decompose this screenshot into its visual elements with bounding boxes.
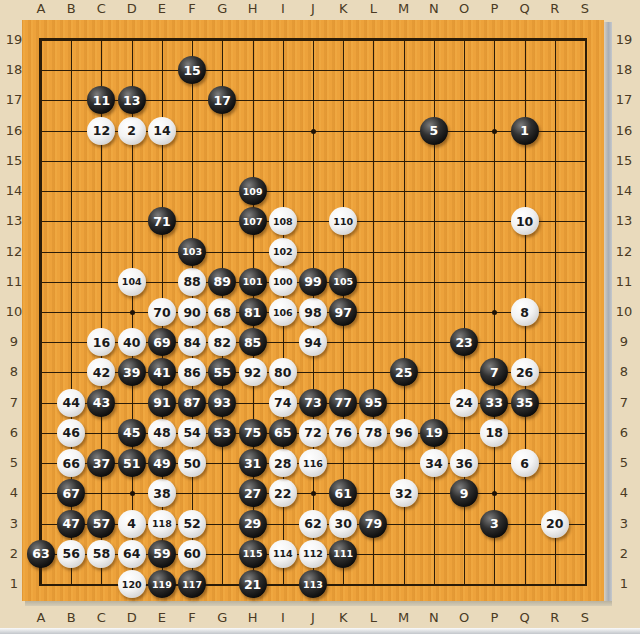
row-label-left-12: 12 [3,245,25,259]
stone-black-51[interactable]: 51 [118,449,146,477]
stone-black-75[interactable]: 75 [239,419,267,447]
window-bottom-bar [0,628,640,634]
col-label-top-M: M [394,2,414,16]
stone-black-81[interactable]: 81 [239,298,267,326]
col-label-top-R: R [545,2,565,16]
row-label-right-15: 15 [613,154,635,168]
row-label-left-10: 10 [3,305,25,319]
row-label-right-1: 1 [613,577,635,591]
stone-black-101[interactable]: 101 [239,268,267,296]
stone-white-74[interactable]: 74 [269,389,297,417]
stone-white-106[interactable]: 106 [269,298,297,326]
row-label-right-5: 5 [613,456,635,470]
row-label-right-11: 11 [613,275,635,289]
grid-line-vertical [373,40,374,584]
row-label-right-18: 18 [613,63,635,77]
col-label-bottom-K: K [333,611,353,625]
stone-black-71[interactable]: 71 [148,207,176,235]
col-label-bottom-J: J [303,611,323,625]
stone-black-45[interactable]: 45 [118,419,146,447]
stone-black-21[interactable]: 21 [239,570,267,598]
row-label-left-11: 11 [3,275,25,289]
stone-white-102[interactable]: 102 [269,238,297,266]
stone-black-119[interactable]: 119 [148,570,176,598]
stone-white-76[interactable]: 76 [329,419,357,447]
col-label-top-E: E [152,2,172,16]
stone-white-28[interactable]: 28 [269,449,297,477]
stone-black-79[interactable]: 79 [359,510,387,538]
stone-white-36[interactable]: 36 [450,449,478,477]
col-label-top-G: G [212,2,232,16]
row-label-left-15: 15 [3,154,25,168]
col-label-top-L: L [363,2,383,16]
row-label-left-8: 8 [3,365,25,379]
stone-black-105[interactable]: 105 [329,268,357,296]
col-label-top-C: C [91,2,111,16]
stone-black-69[interactable]: 69 [148,328,176,356]
stone-white-118[interactable]: 118 [148,510,176,538]
stone-black-31[interactable]: 31 [239,449,267,477]
stone-black-109[interactable]: 109 [239,177,267,205]
stone-white-80[interactable]: 80 [269,358,297,386]
row-label-right-2: 2 [613,547,635,561]
stone-black-53[interactable]: 53 [208,419,236,447]
row-label-left-14: 14 [3,184,25,198]
stone-white-22[interactable]: 22 [269,479,297,507]
stone-white-20[interactable]: 20 [541,510,569,538]
stone-white-70[interactable]: 70 [148,298,176,326]
stone-white-94[interactable]: 94 [299,328,327,356]
stone-black-97[interactable]: 97 [329,298,357,326]
row-label-right-6: 6 [613,426,635,440]
row-label-left-17: 17 [3,93,25,107]
stone-white-24[interactable]: 24 [450,389,478,417]
grid-line-vertical [555,40,556,584]
stone-white-38[interactable]: 38 [148,479,176,507]
stone-black-91[interactable]: 91 [148,389,176,417]
row-label-left-4: 4 [3,486,25,500]
row-label-left-13: 13 [3,214,25,228]
col-label-top-K: K [333,2,353,16]
stone-black-27[interactable]: 27 [239,479,267,507]
row-label-right-3: 3 [613,517,635,531]
stone-white-116[interactable]: 116 [299,449,327,477]
stone-black-85[interactable]: 85 [239,328,267,356]
stone-white-34[interactable]: 34 [420,449,448,477]
stone-black-39[interactable]: 39 [118,358,146,386]
row-label-left-19: 19 [3,33,25,47]
stone-black-103[interactable]: 103 [178,238,206,266]
stone-white-114[interactable]: 114 [269,540,297,568]
stone-white-88[interactable]: 88 [178,268,206,296]
stone-black-111[interactable]: 111 [329,540,357,568]
col-label-top-S: S [575,2,595,16]
stone-white-52[interactable]: 52 [178,510,206,538]
row-label-right-19: 19 [613,33,635,47]
row-label-right-9: 9 [613,335,635,349]
col-label-bottom-P: P [484,611,504,625]
stone-white-8[interactable]: 8 [511,298,539,326]
row-label-left-7: 7 [3,396,25,410]
row-label-left-3: 3 [3,517,25,531]
col-label-bottom-M: M [394,611,414,625]
stone-white-18[interactable]: 18 [480,419,508,447]
stone-white-4[interactable]: 4 [118,510,146,538]
stone-white-104[interactable]: 104 [118,268,146,296]
col-label-bottom-I: I [273,611,293,625]
col-label-bottom-C: C [91,611,111,625]
stone-white-48[interactable]: 48 [148,419,176,447]
stone-white-54[interactable]: 54 [178,419,206,447]
stone-black-99[interactable]: 99 [299,268,327,296]
stone-white-26[interactable]: 26 [511,358,539,386]
col-label-top-P: P [484,2,504,16]
row-label-left-6: 6 [3,426,25,440]
stone-black-5[interactable]: 5 [420,117,448,145]
row-label-right-16: 16 [613,124,635,138]
stone-black-87[interactable]: 87 [178,389,206,417]
col-label-bottom-N: N [424,611,444,625]
stone-white-6[interactable]: 6 [511,449,539,477]
stone-white-56[interactable]: 56 [57,540,85,568]
stone-white-98[interactable]: 98 [299,298,327,326]
stone-white-120[interactable]: 120 [118,570,146,598]
col-label-top-F: F [182,2,202,16]
stone-black-3[interactable]: 3 [480,510,508,538]
stone-black-73[interactable]: 73 [299,389,327,417]
col-label-bottom-Q: Q [515,611,535,625]
stone-white-30[interactable]: 30 [329,510,357,538]
row-label-right-13: 13 [613,214,635,228]
row-label-left-2: 2 [3,547,25,561]
col-label-top-D: D [122,2,142,16]
stone-white-62[interactable]: 62 [299,510,327,538]
stone-black-49[interactable]: 49 [148,449,176,477]
stone-white-44[interactable]: 44 [57,389,85,417]
row-label-right-12: 12 [613,245,635,259]
col-label-bottom-G: G [212,611,232,625]
col-label-top-O: O [454,2,474,16]
col-label-top-N: N [424,2,444,16]
stone-black-29[interactable]: 29 [239,510,267,538]
row-label-right-17: 17 [613,93,635,107]
row-label-left-16: 16 [3,124,25,138]
row-label-right-4: 4 [613,486,635,500]
stone-black-59[interactable]: 59 [148,540,176,568]
stone-white-90[interactable]: 90 [178,298,206,326]
stone-black-107[interactable]: 107 [239,207,267,235]
col-label-bottom-E: E [152,611,172,625]
col-label-top-J: J [303,2,323,16]
stone-white-14[interactable]: 14 [148,117,176,145]
row-label-left-1: 1 [3,577,25,591]
col-label-bottom-H: H [243,611,263,625]
stone-black-19[interactable]: 19 [420,419,448,447]
stone-black-95[interactable]: 95 [359,389,387,417]
stone-white-60[interactable]: 60 [178,540,206,568]
stone-black-89[interactable]: 89 [208,268,236,296]
stone-black-33[interactable]: 33 [480,389,508,417]
stone-white-12[interactable]: 12 [87,117,115,145]
stone-white-100[interactable]: 100 [269,268,297,296]
col-label-bottom-F: F [182,611,202,625]
stone-white-10[interactable]: 10 [511,207,539,235]
stone-white-96[interactable]: 96 [390,419,418,447]
row-label-left-9: 9 [3,335,25,349]
stone-black-93[interactable]: 93 [208,389,236,417]
star-point [311,129,316,134]
stone-black-113[interactable]: 113 [299,570,327,598]
row-label-right-14: 14 [613,184,635,198]
stone-white-64[interactable]: 64 [118,540,146,568]
stone-black-43[interactable]: 43 [87,389,115,417]
go-game-diagram: AABBCCDDEEFFGGHHIIJJKKLLMMNNOOPPQQRRSS19… [0,0,640,634]
stone-black-13[interactable]: 13 [118,86,146,114]
stone-black-57[interactable]: 57 [87,510,115,538]
stone-white-108[interactable]: 108 [269,207,297,235]
stone-black-47[interactable]: 47 [57,510,85,538]
stone-black-65[interactable]: 65 [269,419,297,447]
col-label-top-Q: Q [515,2,535,16]
stone-white-92[interactable]: 92 [239,358,267,386]
row-label-right-7: 7 [613,396,635,410]
grid-line-vertical [585,40,586,584]
col-label-top-H: H [243,2,263,16]
stone-black-117[interactable]: 117 [178,570,206,598]
col-label-bottom-A: A [31,611,51,625]
row-label-right-8: 8 [613,365,635,379]
stone-white-2[interactable]: 2 [118,117,146,145]
col-label-top-I: I [273,2,293,16]
stone-white-112[interactable]: 112 [299,540,327,568]
stone-black-77[interactable]: 77 [329,389,357,417]
stone-white-46[interactable]: 46 [57,419,85,447]
row-label-right-10: 10 [613,305,635,319]
col-label-bottom-O: O [454,611,474,625]
stone-black-63[interactable]: 63 [27,540,55,568]
col-label-top-B: B [61,2,81,16]
stone-white-40[interactable]: 40 [118,328,146,356]
stone-black-115[interactable]: 115 [239,540,267,568]
stone-black-25[interactable]: 25 [390,358,418,386]
col-label-bottom-B: B [61,611,81,625]
col-label-bottom-D: D [122,611,142,625]
col-label-bottom-S: S [575,611,595,625]
stone-black-35[interactable]: 35 [511,389,539,417]
stone-white-58[interactable]: 58 [87,540,115,568]
star-point [130,310,135,315]
col-label-bottom-L: L [363,611,383,625]
stone-white-32[interactable]: 32 [390,479,418,507]
row-label-left-18: 18 [3,63,25,77]
row-label-left-5: 5 [3,456,25,470]
stone-white-72[interactable]: 72 [299,419,327,447]
stone-white-50[interactable]: 50 [178,449,206,477]
col-label-top-A: A [31,2,51,16]
col-label-bottom-R: R [545,611,565,625]
stone-black-1[interactable]: 1 [511,117,539,145]
board-edge-shadow-bottom [25,601,612,606]
board-edge-shadow-right [604,22,612,604]
